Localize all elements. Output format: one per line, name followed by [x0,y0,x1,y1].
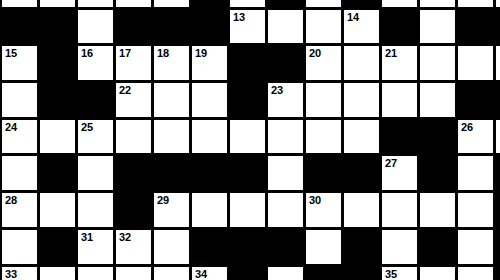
white-cell-r7c2[interactable]: 31 [78,230,113,264]
black-cell-r8c13 [496,267,500,280]
white-cell-r0c12[interactable] [458,0,493,7]
white-cell-r3c9[interactable] [344,83,379,117]
white-cell-r1c9[interactable]: 14 [344,10,379,44]
white-cell-r2c3[interactable]: 17 [116,46,151,80]
white-cell-r1c8[interactable] [306,10,341,44]
white-cell-r0c6[interactable] [230,0,265,7]
black-cell-r0c9 [344,0,379,7]
white-cell-r0c10[interactable] [382,0,417,7]
white-cell-r0c11[interactable] [420,0,455,7]
clue-number-25: 25 [81,121,93,133]
white-cell-r7c0[interactable] [2,230,37,264]
black-cell-r3c6 [230,83,265,117]
white-cell-r8c0[interactable]: 33 [2,267,37,280]
black-cell-r2c6 [230,46,265,80]
black-cell-r1c13 [496,10,500,44]
black-cell-r0c5 [192,0,227,7]
clue-number-13: 13 [233,11,245,23]
black-cell-r5c5 [192,156,227,190]
white-cell-r5c2[interactable] [78,156,113,190]
white-cell-r6c8[interactable]: 30 [306,193,341,227]
white-cell-r0c13[interactable] [496,0,500,7]
white-cell-r0c0[interactable] [2,0,37,7]
white-cell-r6c1[interactable] [40,193,75,227]
white-cell-r2c13[interactable] [496,46,500,80]
clue-number-28: 28 [5,194,17,206]
black-cell-r7c13 [496,230,500,264]
black-cell-r1c0 [2,10,37,44]
white-cell-r4c8[interactable] [306,120,341,154]
black-cell-r5c4 [154,156,189,190]
white-cell-r2c5[interactable]: 19 [192,46,227,80]
black-cell-r3c13 [496,83,500,117]
white-cell-r1c6[interactable]: 13 [230,10,265,44]
white-cell-r6c11[interactable] [420,193,455,227]
white-cell-r6c5[interactable] [192,193,227,227]
white-cell-r7c8[interactable] [306,230,341,264]
black-cell-r7c7 [268,230,303,264]
white-cell-r6c10[interactable] [382,193,417,227]
black-cell-r7c9 [344,230,379,264]
white-cell-r6c2[interactable] [78,193,113,227]
white-cell-r8c2[interactable] [78,267,113,280]
white-cell-r5c12[interactable] [458,156,493,190]
white-cell-r2c11[interactable] [420,46,455,80]
white-cell-r4c2[interactable]: 25 [78,120,113,154]
white-cell-r0c3[interactable] [116,0,151,7]
white-cell-r7c3[interactable]: 32 [116,230,151,264]
black-cell-r2c1 [40,46,75,80]
black-cell-r7c11 [420,230,455,264]
clue-number-20: 20 [309,47,321,59]
white-cell-r3c7[interactable]: 23 [268,83,303,117]
black-cell-r7c1 [40,230,75,264]
white-cell-r2c10[interactable]: 21 [382,46,417,80]
white-cell-r0c2[interactable] [78,0,113,7]
clue-number-33: 33 [5,268,17,280]
white-cell-r8c10[interactable]: 35 [382,267,417,280]
black-cell-r5c9 [344,156,379,190]
black-cell-r5c11 [420,156,455,190]
white-cell-r4c9[interactable] [344,120,379,154]
white-cell-r2c9[interactable] [344,46,379,80]
white-cell-r8c12[interactable] [458,267,493,280]
black-cell-r3c12 [458,83,493,117]
clue-number-29: 29 [157,194,169,206]
clue-number-34: 34 [195,268,207,280]
white-cell-r6c9[interactable] [344,193,379,227]
black-cell-r3c2 [78,83,113,117]
white-cell-r8c4[interactable] [154,267,189,280]
black-cell-r1c3 [116,10,151,44]
clue-number-22: 22 [119,84,131,96]
black-cell-r6c13 [496,193,500,227]
white-cell-r6c7[interactable] [268,193,303,227]
clue-number-15: 15 [5,47,17,59]
white-cell-r1c7[interactable] [268,10,303,44]
clue-number-23: 23 [271,84,283,96]
white-cell-r3c5[interactable] [192,83,227,117]
clue-number-17: 17 [119,47,131,59]
white-cell-r4c4[interactable] [154,120,189,154]
black-cell-r8c6 [230,267,265,280]
white-cell-r4c5[interactable] [192,120,227,154]
clue-number-30: 30 [309,194,321,206]
white-cell-r2c2[interactable]: 16 [78,46,113,80]
white-cell-r3c8[interactable] [306,83,341,117]
black-cell-r5c3 [116,156,151,190]
black-cell-r1c12 [458,10,493,44]
white-cell-r1c2[interactable] [78,10,113,44]
white-cell-r7c10[interactable] [382,230,417,264]
clue-number-31: 31 [81,231,93,243]
white-cell-r4c1[interactable] [40,120,75,154]
clue-number-35: 35 [385,268,397,280]
white-cell-r4c12[interactable]: 26 [458,120,493,154]
black-cell-r5c8 [306,156,341,190]
black-cell-r8c9 [344,267,379,280]
black-cell-r3c1 [40,83,75,117]
white-cell-r8c3[interactable] [116,267,151,280]
white-cell-r3c3[interactable]: 22 [116,83,151,117]
black-cell-r7c5 [192,230,227,264]
white-cell-r8c1[interactable] [40,267,75,280]
white-cell-r6c12[interactable] [458,193,493,227]
white-cell-r4c7[interactable] [268,120,303,154]
white-cell-r4c3[interactable] [116,120,151,154]
white-cell-r7c4[interactable] [154,230,189,264]
black-cell-r4c10 [382,120,417,154]
white-cell-r3c11[interactable] [420,83,455,117]
white-cell-r8c5[interactable]: 34 [192,267,227,280]
black-cell-r5c1 [40,156,75,190]
white-cell-r5c7[interactable] [268,156,303,190]
white-cell-r6c4[interactable]: 29 [154,193,189,227]
white-cell-r5c10[interactable]: 27 [382,156,417,190]
white-cell-r2c8[interactable]: 20 [306,46,341,80]
black-cell-r1c4 [154,10,189,44]
black-cell-r1c1 [40,10,75,44]
white-cell-r2c4[interactable]: 18 [154,46,189,80]
white-cell-r5c0[interactable] [2,156,37,190]
white-cell-r3c0[interactable] [2,83,37,117]
clue-number-24: 24 [5,121,17,133]
clue-number-21: 21 [385,47,397,59]
white-cell-r0c1[interactable] [40,0,75,7]
crossword-grid: 1314151617181920212223242526272829303132… [0,0,500,280]
white-cell-r2c0[interactable]: 15 [2,46,37,80]
black-cell-r0c7 [268,0,303,7]
black-cell-r8c8 [306,267,341,280]
white-cell-r4c6[interactable] [230,120,265,154]
clue-number-14: 14 [347,11,359,23]
white-cell-r4c0[interactable]: 24 [2,120,37,154]
black-cell-r5c6 [230,156,265,190]
white-cell-r0c4[interactable] [154,0,189,7]
clue-number-26: 26 [461,121,473,133]
white-cell-r4c13[interactable] [496,120,500,154]
black-cell-r6c3 [116,193,151,227]
black-cell-r7c6 [230,230,265,264]
white-cell-r6c6[interactable] [230,193,265,227]
white-cell-r8c11[interactable] [420,267,455,280]
crossword-screenshot: 1314151617181920212223242526272829303132… [0,0,500,280]
white-cell-r1c11[interactable] [420,10,455,44]
white-cell-r3c10[interactable] [382,83,417,117]
black-cell-r4c11 [420,120,455,154]
clue-number-19: 19 [195,47,207,59]
black-cell-r1c10 [382,10,417,44]
black-cell-r2c7 [268,46,303,80]
white-cell-r6c0[interactable]: 28 [2,193,37,227]
clue-number-16: 16 [81,47,93,59]
white-cell-r8c7[interactable] [268,267,303,280]
clue-number-32: 32 [119,231,131,243]
white-cell-r7c12[interactable] [458,230,493,264]
white-cell-r3c4[interactable] [154,83,189,117]
white-cell-r0c8[interactable] [306,0,341,7]
clue-number-27: 27 [385,157,397,169]
clue-number-18: 18 [157,47,169,59]
white-cell-r2c12[interactable] [458,46,493,80]
black-cell-r1c5 [192,10,227,44]
black-cell-r5c13 [496,156,500,190]
